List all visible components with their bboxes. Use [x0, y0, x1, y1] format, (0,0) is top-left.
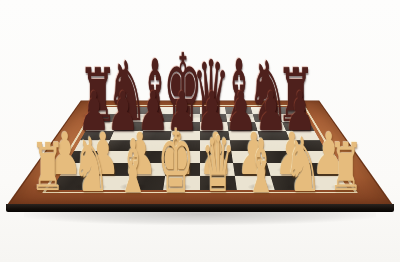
- rook-glyph: ♜: [329, 135, 363, 201]
- rook-glyph: ♜: [31, 135, 65, 201]
- king-glyph: ♚: [158, 118, 194, 206]
- knight-glyph: ♞: [72, 128, 110, 203]
- chess-set-photo-scene: ♜♞♝♚♛♝♞♜♟♟♟♟♟♟♟♟♟♟♟♟♟♟♟♟♜♞♝♚♛♝♞♜: [0, 0, 400, 262]
- queen-glyph: ♛: [202, 126, 235, 203]
- knight-glyph: ♞: [284, 128, 322, 203]
- bishop-glyph: ♝: [245, 129, 276, 203]
- board-shadow: [24, 207, 376, 225]
- bishop-glyph: ♝: [118, 129, 149, 203]
